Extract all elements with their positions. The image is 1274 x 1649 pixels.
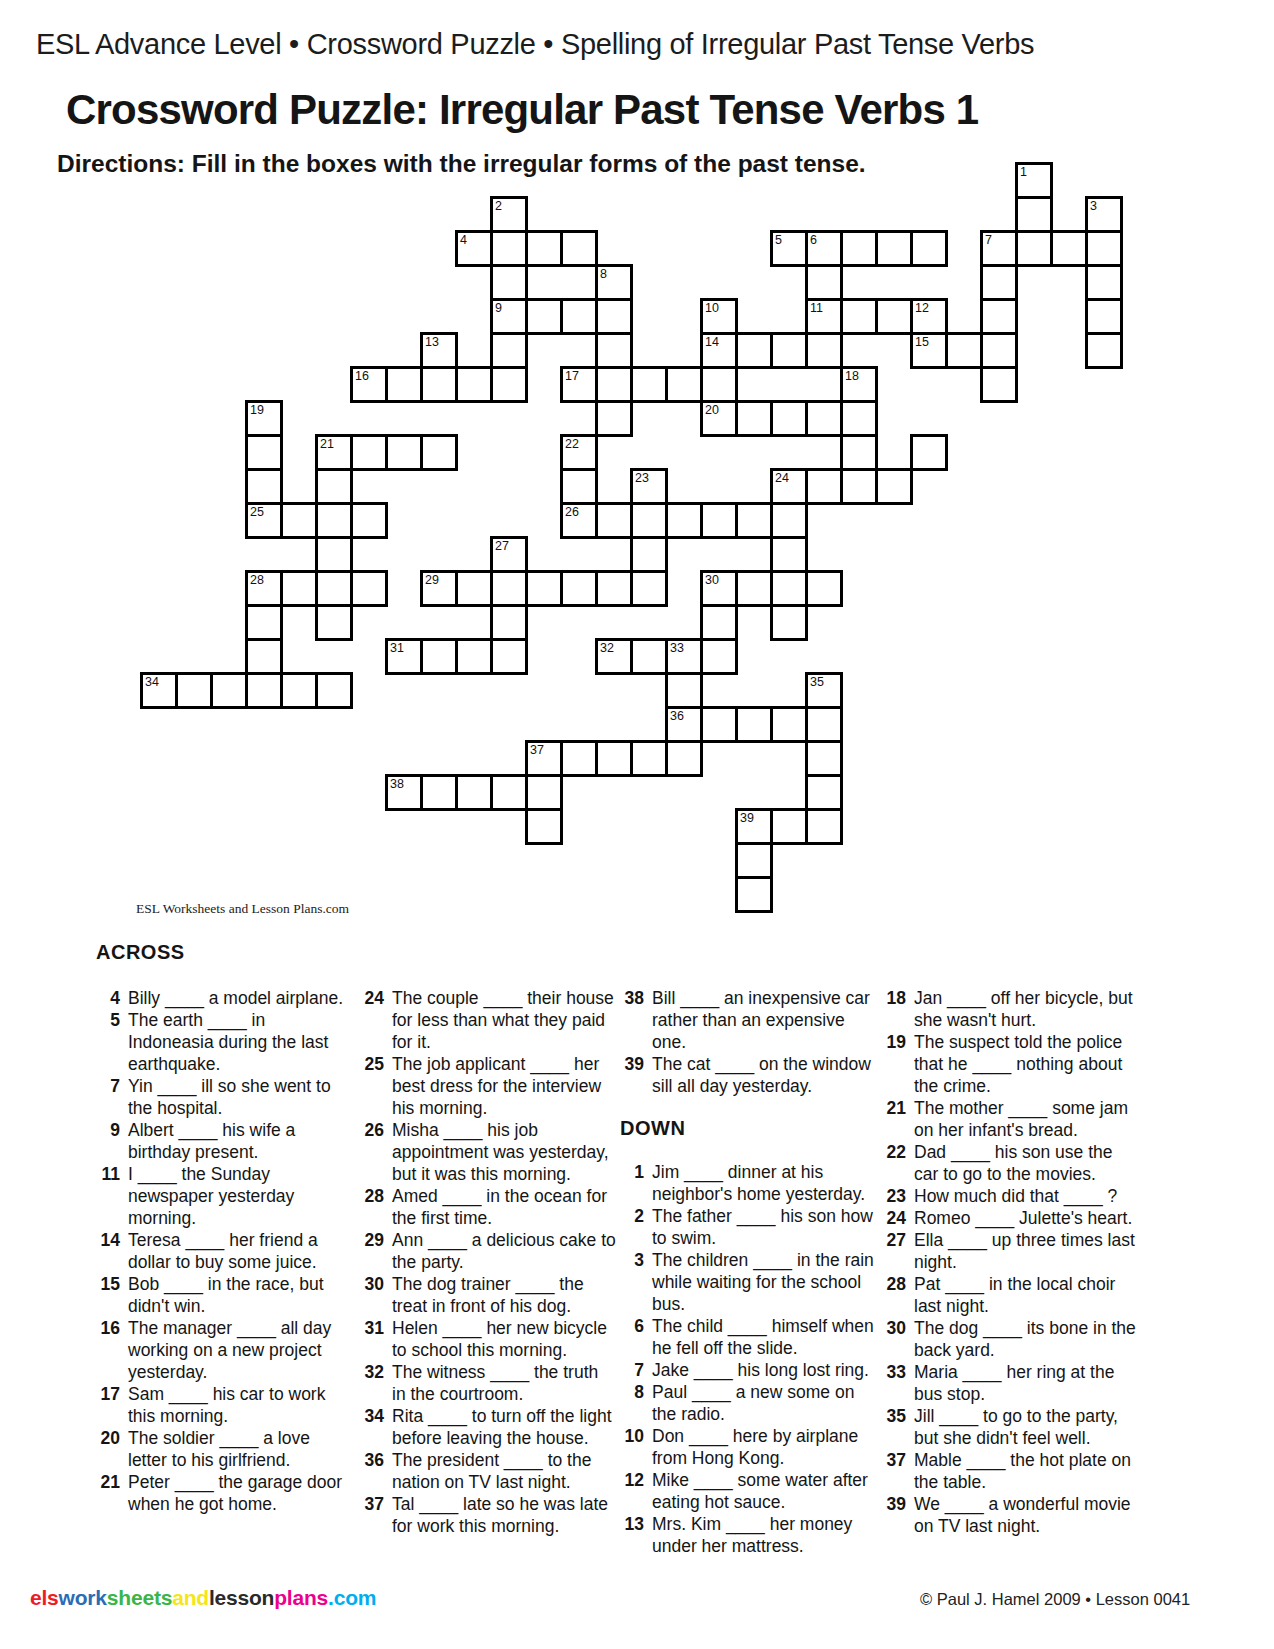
cell-r10-c18[interactable] <box>770 502 808 539</box>
cell-r4-c16[interactable]: 10 <box>700 298 738 335</box>
cell-r12-c14[interactable] <box>630 570 668 607</box>
cell-number-27: 27 <box>495 540 509 554</box>
cell-r10-c17[interactable] <box>735 502 773 539</box>
clue-number: 14 <box>96 1229 120 1251</box>
cell-r8-c3[interactable] <box>245 434 283 471</box>
cell-r2-c25[interactable] <box>1015 230 1053 267</box>
clue-text: Jill ____ to go to the party, but she di… <box>914 1406 1118 1448</box>
cell-r14-c16[interactable] <box>700 638 738 675</box>
clue-text: The dog ____ its bone in the back yard. <box>914 1318 1136 1360</box>
cell-r11-c14[interactable] <box>630 536 668 573</box>
logo-segment-lesson: lesson <box>209 1586 274 1609</box>
cell-number-38: 38 <box>390 778 404 792</box>
clue-column-3: 38Bill ____ an inexpensive car rather th… <box>620 941 876 1557</box>
clue-number: 10 <box>620 1425 644 1447</box>
puzzle-title: Crossword Puzzle: Irregular Past Tense V… <box>66 86 978 134</box>
cell-number-7: 7 <box>985 234 992 248</box>
cell-number-33: 33 <box>670 642 684 656</box>
cell-number-4: 4 <box>460 234 467 248</box>
cell-r6-c7[interactable] <box>385 366 423 403</box>
clue-text: The manager ____ all day working on a ne… <box>128 1318 331 1382</box>
cell-r5-c22[interactable]: 15 <box>910 332 948 369</box>
cell-r12-c6[interactable] <box>350 570 388 607</box>
cell-r12-c9[interactable] <box>455 570 493 607</box>
clue-number: 28 <box>882 1273 906 1295</box>
cell-r13-c18[interactable] <box>770 604 808 641</box>
clue-down-21: 21The mother ____ some jam on her infant… <box>882 1097 1138 1141</box>
cell-r4-c12[interactable] <box>560 298 598 335</box>
cell-r2-c21[interactable] <box>875 230 913 267</box>
clue-text: We ____ a wonderful movie on TV last nig… <box>914 1494 1131 1536</box>
clue-across-14: 14Teresa ____ her friend a dollar to buy… <box>96 1229 352 1273</box>
cell-r17-c14[interactable] <box>630 740 668 777</box>
clue-text: Jim ____ dinner at his neighbor's home y… <box>652 1162 865 1204</box>
cell-r2-c20[interactable] <box>840 230 878 267</box>
clue-down-19: 19The suspect told the police that he __… <box>882 1031 1138 1097</box>
cell-r7-c13[interactable] <box>595 400 633 437</box>
clue-column-1: ACROSS4Billy ____ a model airplane.5The … <box>96 941 352 1515</box>
cell-r8-c8[interactable] <box>420 434 458 471</box>
cell-r13-c5[interactable] <box>315 604 353 641</box>
cell-r18-c7[interactable]: 38 <box>385 774 423 811</box>
clue-across-38: 38Bill ____ an inexpensive car rather th… <box>620 987 876 1053</box>
logo-segment-els: els <box>30 1586 59 1609</box>
cell-r2-c22[interactable] <box>910 230 948 267</box>
cell-r9-c18[interactable]: 24 <box>770 468 808 505</box>
cell-r5-c16[interactable]: 14 <box>700 332 738 369</box>
clue-text: The dog trainer ____ the treat in front … <box>392 1274 584 1316</box>
cell-r12-c17[interactable] <box>735 570 773 607</box>
cell-r10-c4[interactable] <box>280 502 318 539</box>
cell-r8-c12[interactable]: 22 <box>560 434 598 471</box>
clue-down-8: 8Paul ____ a new some on the radio. <box>620 1381 876 1425</box>
cell-r2-c12[interactable] <box>560 230 598 267</box>
clue-down-6: 6The child ____ himself when he fell off… <box>620 1315 876 1359</box>
cell-r18-c8[interactable] <box>420 774 458 811</box>
cell-r6-c12[interactable]: 17 <box>560 366 598 403</box>
cell-r9-c14[interactable]: 23 <box>630 468 668 505</box>
clue-text: Helen ____ her new bicycle to school thi… <box>392 1318 607 1360</box>
cell-r6-c15[interactable] <box>665 366 703 403</box>
clue-number: 4 <box>96 987 120 1009</box>
cell-r12-c3[interactable]: 28 <box>245 570 283 607</box>
clue-text: How much did that ____ ? <box>914 1186 1117 1206</box>
clue-number: 1 <box>620 1161 644 1183</box>
cell-r12-c16[interactable]: 30 <box>700 570 738 607</box>
cell-r14-c14[interactable] <box>630 638 668 675</box>
cell-r17-c12[interactable] <box>560 740 598 777</box>
cell-r2-c10[interactable] <box>490 230 528 267</box>
cell-r12-c8[interactable]: 29 <box>420 570 458 607</box>
cell-r18-c9[interactable] <box>455 774 493 811</box>
cell-r17-c19[interactable] <box>805 740 843 777</box>
cell-r15-c0[interactable]: 34 <box>140 672 178 709</box>
cell-r2-c24[interactable]: 7 <box>980 230 1018 267</box>
cell-number-37: 37 <box>530 744 544 758</box>
cell-r12-c19[interactable] <box>805 570 843 607</box>
cell-r17-c13[interactable] <box>595 740 633 777</box>
cell-r4-c20[interactable] <box>840 298 878 335</box>
cell-r19-c18[interactable] <box>770 808 808 845</box>
clue-text: The mother ____ some jam on her infant's… <box>914 1098 1128 1140</box>
clue-down-3: 3The children ____ in the rain while wai… <box>620 1249 876 1315</box>
cell-number-20: 20 <box>705 404 719 418</box>
clue-text: Mable ____ the hot plate on the table. <box>914 1450 1131 1492</box>
clue-text: The job applicant ____ her best dress fo… <box>392 1054 601 1118</box>
cell-r17-c15[interactable] <box>665 740 703 777</box>
cell-number-10: 10 <box>705 302 719 316</box>
clue-number: 23 <box>882 1185 906 1207</box>
cell-r1-c25[interactable] <box>1015 196 1053 233</box>
clue-across-30: 30The dog trainer ____ the treat in fron… <box>360 1273 616 1317</box>
clue-column-4: 18Jan ____ off her bicycle, but she wasn… <box>882 941 1138 1537</box>
cell-r10-c5[interactable] <box>315 502 353 539</box>
cell-number-2: 2 <box>495 200 502 214</box>
cell-r14-c15[interactable]: 33 <box>665 638 703 675</box>
cell-r2-c19[interactable]: 6 <box>805 230 843 267</box>
cell-r14-c9[interactable] <box>455 638 493 675</box>
cell-r1-c27[interactable]: 3 <box>1085 196 1123 233</box>
clue-text: Maria ____ her ring at the bus stop. <box>914 1362 1114 1404</box>
cell-number-21: 21 <box>320 438 334 452</box>
clue-across-17: 17Sam ____ his car to work this morning. <box>96 1383 352 1427</box>
cell-r12-c5[interactable] <box>315 570 353 607</box>
cell-r5-c19[interactable] <box>805 332 843 369</box>
clue-number: 3 <box>620 1249 644 1271</box>
cell-r4-c24[interactable] <box>980 298 1018 335</box>
cell-number-32: 32 <box>600 642 614 656</box>
cell-r4-c21[interactable] <box>875 298 913 335</box>
cell-number-26: 26 <box>565 506 579 520</box>
cell-number-3: 3 <box>1090 200 1097 214</box>
clue-down-1: 1Jim ____ dinner at his neighbor's home … <box>620 1161 876 1205</box>
clue-text: The soldier ____ a love letter to his gi… <box>128 1428 310 1470</box>
cell-r8-c5[interactable]: 21 <box>315 434 353 471</box>
cell-r7-c19[interactable] <box>805 400 843 437</box>
clue-across-11: 11I ____ the Sunday newspaper yesterday … <box>96 1163 352 1229</box>
cell-r7-c18[interactable] <box>770 400 808 437</box>
cell-number-5: 5 <box>775 234 782 248</box>
cell-r17-c11[interactable]: 37 <box>525 740 563 777</box>
cell-r4-c11[interactable] <box>525 298 563 335</box>
clue-across-36: 36The president ____ to the nation on TV… <box>360 1449 616 1493</box>
cell-r6-c8[interactable] <box>420 366 458 403</box>
cell-r9-c12[interactable] <box>560 468 598 505</box>
cell-r13-c3[interactable] <box>245 604 283 641</box>
cell-r5-c24[interactable] <box>980 332 1018 369</box>
cell-r4-c27[interactable] <box>1085 298 1123 335</box>
cell-r16-c18[interactable] <box>770 706 808 743</box>
cell-r9-c5[interactable] <box>315 468 353 505</box>
clue-text: The father ____ his son how to swim. <box>652 1206 873 1248</box>
cell-r6-c20[interactable]: 18 <box>840 366 878 403</box>
cell-r5-c17[interactable] <box>735 332 773 369</box>
clue-across-15: 15Bob ____ in the race, but didn't win. <box>96 1273 352 1317</box>
cell-r0-c25[interactable]: 1 <box>1015 162 1053 199</box>
cell-r10-c16[interactable] <box>700 502 738 539</box>
cell-r6-c24[interactable] <box>980 366 1018 403</box>
clue-number: 21 <box>882 1097 906 1119</box>
cell-r11-c10[interactable]: 27 <box>490 536 528 573</box>
cell-r2-c9[interactable]: 4 <box>455 230 493 267</box>
cell-r18-c19[interactable] <box>805 774 843 811</box>
clue-number: 17 <box>96 1383 120 1405</box>
clue-text: Mrs. Kim ____ her money under her mattre… <box>652 1514 852 1556</box>
clue-down-22: 22Dad ____ his son use the car to go to … <box>882 1141 1138 1185</box>
cell-r11-c5[interactable] <box>315 536 353 573</box>
logo-segment-sheets: sheets <box>107 1586 172 1609</box>
clue-text: Bill ____ an inexpensive car rather than… <box>652 988 870 1052</box>
cell-r6-c9[interactable] <box>455 366 493 403</box>
clue-number: 34 <box>360 1405 384 1427</box>
clue-number: 24 <box>360 987 384 1009</box>
logo-segment-work: work <box>59 1586 107 1609</box>
cell-number-39: 39 <box>740 812 754 826</box>
cell-r14-c8[interactable] <box>420 638 458 675</box>
clue-down-37: 37Mable ____ the hot plate on the table. <box>882 1449 1138 1493</box>
cell-r6-c10[interactable] <box>490 366 528 403</box>
clue-number: 11 <box>96 1163 120 1185</box>
cell-r15-c2[interactable] <box>210 672 248 709</box>
clue-text: The president ____ to the nation on TV l… <box>392 1450 591 1492</box>
clue-number: 7 <box>96 1075 120 1097</box>
cell-r2-c11[interactable] <box>525 230 563 267</box>
cell-number-14: 14 <box>705 336 719 350</box>
clue-across-39: 39The cat ____ on the window sill all da… <box>620 1053 876 1097</box>
cell-r1-c10[interactable]: 2 <box>490 196 528 233</box>
cell-r6-c6[interactable]: 16 <box>350 366 388 403</box>
cell-r2-c27[interactable] <box>1085 230 1123 267</box>
cell-number-19: 19 <box>250 404 264 418</box>
clue-number: 30 <box>882 1317 906 1339</box>
cell-r14-c7[interactable]: 31 <box>385 638 423 675</box>
clue-down-12: 12Mike ____ some water after eating hot … <box>620 1469 876 1513</box>
clue-text: Peter ____ the garage door when he got h… <box>128 1472 342 1514</box>
cell-r5-c27[interactable] <box>1085 332 1123 369</box>
cell-r15-c5[interactable] <box>315 672 353 709</box>
cell-r20-c17[interactable] <box>735 842 773 879</box>
cell-r8-c22[interactable] <box>910 434 948 471</box>
clue-across-26: 26Misha ____ his job appointment was yes… <box>360 1119 616 1185</box>
clue-number: 29 <box>360 1229 384 1251</box>
cell-r10-c14[interactable] <box>630 502 668 539</box>
cell-r8-c7[interactable] <box>385 434 423 471</box>
cell-r8-c6[interactable] <box>350 434 388 471</box>
cell-r3-c13[interactable]: 8 <box>595 264 633 301</box>
clue-number: 35 <box>882 1405 906 1427</box>
clues-header-across: ACROSS <box>96 941 352 963</box>
cell-r11-c18[interactable] <box>770 536 808 573</box>
cell-r5-c18[interactable] <box>770 332 808 369</box>
cell-r4-c19[interactable]: 11 <box>805 298 843 335</box>
cell-number-9: 9 <box>495 302 502 316</box>
clue-text: The cat ____ on the window sill all day … <box>652 1054 871 1096</box>
cell-number-35: 35 <box>810 676 824 690</box>
clue-down-27: 27Ella ____ up three times last night. <box>882 1229 1138 1273</box>
cell-r15-c19[interactable]: 35 <box>805 672 843 709</box>
clue-down-33: 33Maria ____ her ring at the bus stop. <box>882 1361 1138 1405</box>
cell-r12-c4[interactable] <box>280 570 318 607</box>
cell-r9-c20[interactable] <box>840 468 878 505</box>
cell-r10-c3[interactable]: 25 <box>245 502 283 539</box>
clue-number: 2 <box>620 1205 644 1227</box>
clue-across-31: 31Helen ____ her new bicycle to school t… <box>360 1317 616 1361</box>
cell-number-6: 6 <box>810 234 817 248</box>
clue-column-2: 24The couple ____ their house for less t… <box>360 941 616 1537</box>
cell-r6-c16[interactable] <box>700 366 738 403</box>
cell-r19-c17[interactable]: 39 <box>735 808 773 845</box>
clue-across-16: 16The manager ____ all day working on a … <box>96 1317 352 1383</box>
cell-r16-c17[interactable] <box>735 706 773 743</box>
clue-down-24: 24Romeo ____ Julette's heart. <box>882 1207 1138 1229</box>
cell-r14-c10[interactable] <box>490 638 528 675</box>
cell-r13-c16[interactable] <box>700 604 738 641</box>
cell-r12-c12[interactable] <box>560 570 598 607</box>
cell-r2-c18[interactable]: 5 <box>770 230 808 267</box>
cell-number-23: 23 <box>635 472 649 486</box>
clue-down-35: 35Jill ____ to go to the party, but she … <box>882 1405 1138 1449</box>
clue-text: Bob ____ in the race, but didn't win. <box>128 1274 324 1316</box>
clue-across-29: 29Ann ____ a delicious cake to the party… <box>360 1229 616 1273</box>
clue-number: 37 <box>882 1449 906 1471</box>
cell-r12-c11[interactable] <box>525 570 563 607</box>
clue-text: Tal ____ late so he was late for work th… <box>392 1494 608 1536</box>
cell-r10-c13[interactable] <box>595 502 633 539</box>
clue-text: Yin ____ ill so she went to the hospital… <box>128 1076 331 1118</box>
cell-r4-c22[interactable]: 12 <box>910 298 948 335</box>
cell-number-17: 17 <box>565 370 579 384</box>
clue-number: 28 <box>360 1185 384 1207</box>
cell-r7-c17[interactable] <box>735 400 773 437</box>
cell-r5-c8[interactable]: 13 <box>420 332 458 369</box>
clue-text: The suspect told the police that he ____… <box>914 1032 1122 1096</box>
cell-r15-c15[interactable] <box>665 672 703 709</box>
clue-text: Billy ____ a model airplane. <box>128 988 343 1008</box>
cell-r19-c19[interactable] <box>805 808 843 845</box>
clue-text: Mike ____ some water after eating hot sa… <box>652 1470 868 1512</box>
clue-text: Jan ____ off her bicycle, but she wasn't… <box>914 988 1133 1030</box>
cell-r14-c13[interactable]: 32 <box>595 638 633 675</box>
cell-number-36: 36 <box>670 710 684 724</box>
cell-number-18: 18 <box>845 370 859 384</box>
clue-number: 8 <box>620 1381 644 1403</box>
cell-r15-c3[interactable] <box>245 672 283 709</box>
clue-text: Romeo ____ Julette's heart. <box>914 1208 1132 1228</box>
cell-r7-c20[interactable] <box>840 400 878 437</box>
clue-text: The earth ____ in Indoneasia during the … <box>128 1010 328 1074</box>
clue-number: 6 <box>620 1315 644 1337</box>
cell-r16-c16[interactable] <box>700 706 738 743</box>
cell-r16-c15[interactable]: 36 <box>665 706 703 743</box>
clue-number: 27 <box>882 1229 906 1251</box>
clues-header-down: DOWN <box>620 1117 876 1139</box>
cell-r15-c4[interactable] <box>280 672 318 709</box>
cell-r13-c10[interactable] <box>490 604 528 641</box>
clue-text: Teresa ____ her friend a dollar to buy s… <box>128 1230 318 1272</box>
cell-number-15: 15 <box>915 336 929 350</box>
clue-down-7: 7Jake ____ his long lost ring. <box>620 1359 876 1381</box>
cell-r5-c10[interactable] <box>490 332 528 369</box>
cell-r14-c3[interactable] <box>245 638 283 675</box>
clue-across-28: 28Amed ____ in the ocean for the first t… <box>360 1185 616 1229</box>
crossword-grid: 1234567891011121314151617181920212223242… <box>140 162 1123 913</box>
clue-across-9: 9Albert ____ his wife a birthday present… <box>96 1119 352 1163</box>
clue-number: 12 <box>620 1469 644 1491</box>
cell-r3-c10[interactable] <box>490 264 528 301</box>
cell-r4-c13[interactable] <box>595 298 633 335</box>
cell-r2-c26[interactable] <box>1050 230 1088 267</box>
worksheet-page: { "game": "crossword", "header": { "line… <box>0 0 1274 1649</box>
clue-number: 5 <box>96 1009 120 1031</box>
cell-r10-c12[interactable]: 26 <box>560 502 598 539</box>
cell-r4-c10[interactable]: 9 <box>490 298 528 335</box>
cell-number-28: 28 <box>250 574 264 588</box>
clue-down-13: 13Mrs. Kim ____ her money under her matt… <box>620 1513 876 1557</box>
cell-r9-c19[interactable] <box>805 468 843 505</box>
clue-down-23: 23How much did that ____ ? <box>882 1185 1138 1207</box>
cell-r9-c21[interactable] <box>875 468 913 505</box>
cell-r18-c10[interactable] <box>490 774 528 811</box>
cell-r7-c3[interactable]: 19 <box>245 400 283 437</box>
cell-number-16: 16 <box>355 370 369 384</box>
clue-text: Pat ____ in the local choir last night. <box>914 1274 1115 1316</box>
clue-number: 9 <box>96 1119 120 1141</box>
clue-text: Albert ____ his wife a birthday present. <box>128 1120 295 1162</box>
clue-number: 16 <box>96 1317 120 1339</box>
cell-r8-c20[interactable] <box>840 434 878 471</box>
clue-text: The couple ____ their house for less tha… <box>392 988 614 1052</box>
cell-r15-c1[interactable] <box>175 672 213 709</box>
cell-r7-c16[interactable]: 20 <box>700 400 738 437</box>
cell-number-30: 30 <box>705 574 719 588</box>
clue-number: 39 <box>882 1493 906 1515</box>
cell-r18-c11[interactable] <box>525 774 563 811</box>
cell-r10-c6[interactable] <box>350 502 388 539</box>
clue-number: 38 <box>620 987 644 1009</box>
clue-down-2: 2The father ____ his son how to swim. <box>620 1205 876 1249</box>
cell-number-8: 8 <box>600 268 607 282</box>
cell-r10-c15[interactable] <box>665 502 703 539</box>
cell-r12-c10[interactable] <box>490 570 528 607</box>
cell-number-1: 1 <box>1020 166 1027 180</box>
cell-r3-c24[interactable] <box>980 264 1018 301</box>
cell-r19-c11[interactable] <box>525 808 563 845</box>
clue-number: 15 <box>96 1273 120 1295</box>
cell-number-12: 12 <box>915 302 929 316</box>
cell-r6-c13[interactable] <box>595 366 633 403</box>
cell-r16-c19[interactable] <box>805 706 843 743</box>
cell-number-29: 29 <box>425 574 439 588</box>
clue-text: Jake ____ his long lost ring. <box>652 1360 869 1380</box>
grid-credit: ESL Worksheets and Lesson Plans.com <box>136 901 349 917</box>
cell-r3-c19[interactable] <box>805 264 843 301</box>
cell-r12-c13[interactable] <box>595 570 633 607</box>
cell-r21-c17[interactable] <box>735 876 773 913</box>
clue-text: The child ____ himself when he fell off … <box>652 1316 874 1358</box>
clue-across-32: 32The witness ____ the truth in the cour… <box>360 1361 616 1405</box>
cell-r6-c14[interactable] <box>630 366 668 403</box>
cell-r5-c13[interactable] <box>595 332 633 369</box>
clue-across-5: 5The earth ____ in Indoneasia during the… <box>96 1009 352 1075</box>
clue-text: I ____ the Sunday newspaper yesterday mo… <box>128 1164 294 1228</box>
clue-number: 19 <box>882 1031 906 1053</box>
cell-r9-c3[interactable] <box>245 468 283 505</box>
cell-r5-c23[interactable] <box>945 332 983 369</box>
cell-number-34: 34 <box>145 676 159 690</box>
cell-r3-c27[interactable] <box>1085 264 1123 301</box>
clue-down-28: 28Pat ____ in the local choir last night… <box>882 1273 1138 1317</box>
cell-r12-c18[interactable] <box>770 570 808 607</box>
